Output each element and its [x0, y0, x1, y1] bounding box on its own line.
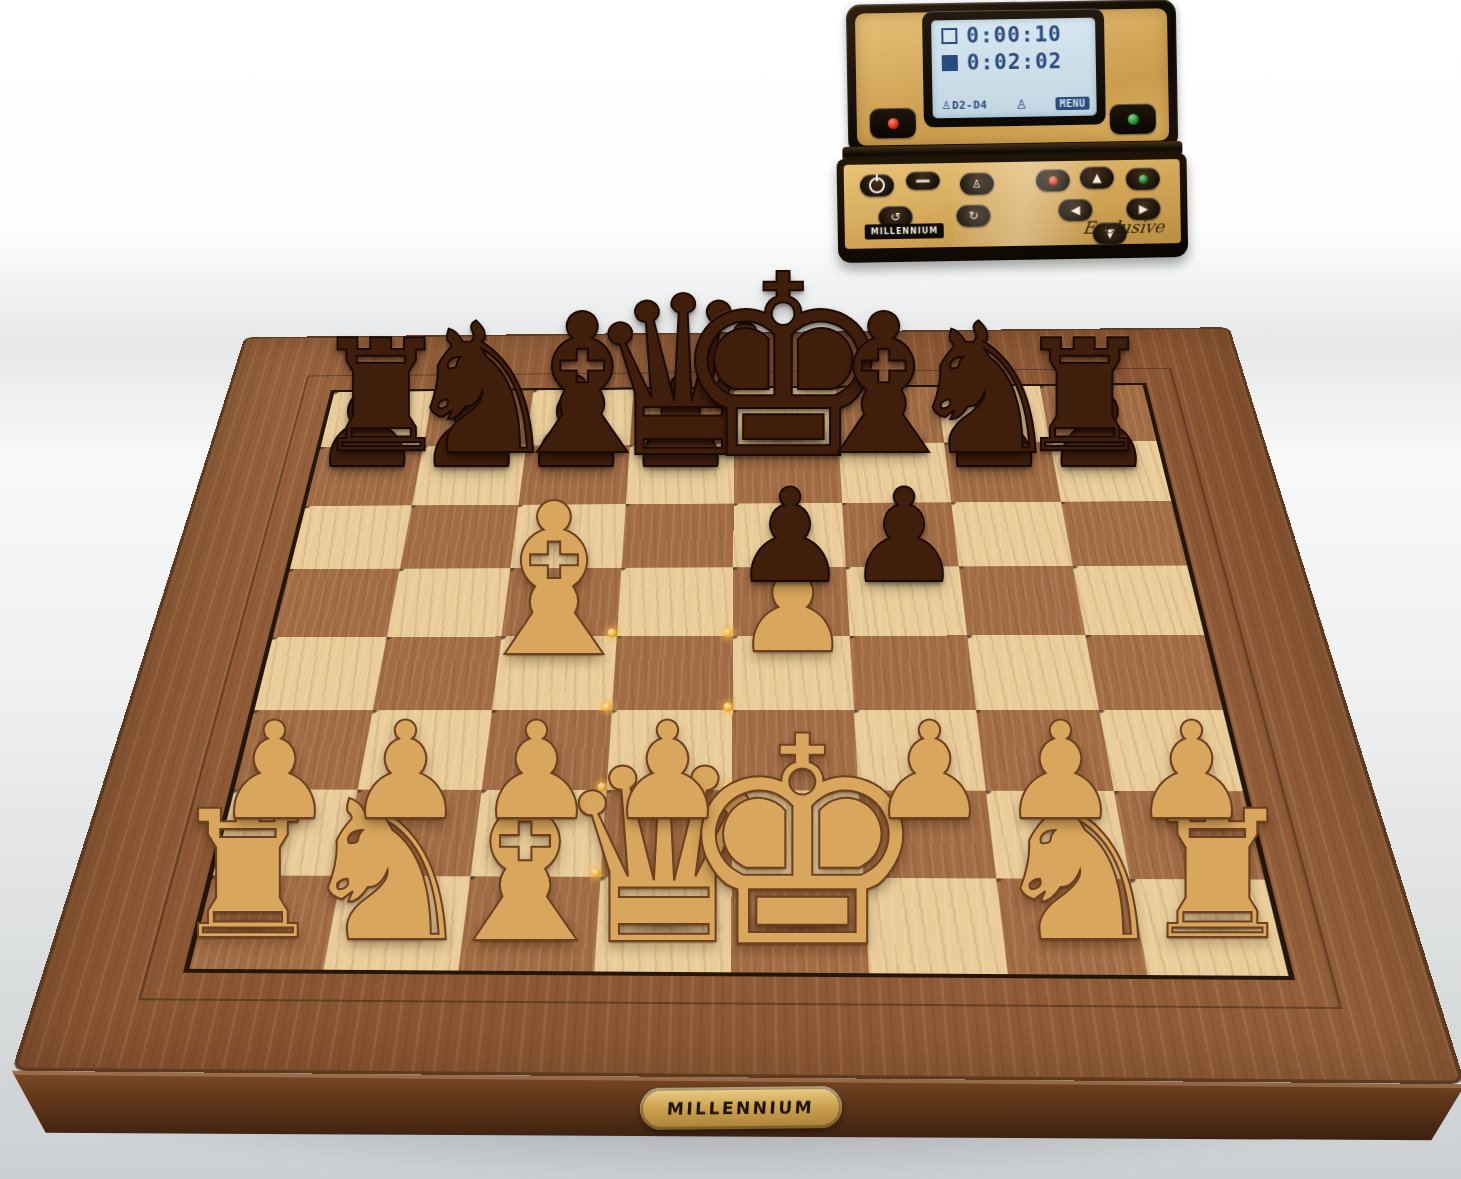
open-square-icon [941, 28, 957, 44]
undo-arrow-icon: ↺ [890, 211, 900, 223]
lcd-status-row: ♙D2-D4 ♙ MENU [941, 96, 1089, 114]
chess-clock-module: 0:00:10 0:02:02 ♙D2-D4 ♙ MENU [834, 0, 1189, 269]
pawn-icon: ♙ [1015, 97, 1027, 112]
piece-black-rook-h8[interactable]: ♜ [1015, 320, 1154, 475]
pawn-icon: ♙ [941, 99, 952, 112]
white-time: 0:00:10 [966, 23, 1062, 47]
clock-lid: 0:00:10 0:02:02 ♙D2-D4 ♙ MENU [846, 0, 1179, 155]
red-dot-key[interactable] [1036, 169, 1070, 192]
function-pill-button[interactable] [906, 171, 940, 190]
keypad-brand-label: MILLENNIUM [871, 226, 939, 236]
model-script-label: Exclusive [1082, 216, 1166, 237]
filled-square-icon [942, 55, 958, 71]
right-arrow-icon: ▶ [1139, 203, 1148, 215]
left-arrow-icon: ◀ [1071, 204, 1080, 216]
piece-white-pawn-d2[interactable]: ♟ [607, 704, 728, 839]
piece-white-pawn-c2[interactable]: ♟ [476, 704, 597, 839]
ok-green-button[interactable] [1110, 103, 1157, 134]
power-button[interactable] [860, 174, 894, 197]
clock-keypad-base: ♙ ↺ ↻ ▲ ◀ ▶ ▼ MILLENNIUM Exclusive [836, 153, 1188, 263]
product-scene: ♜♞♝♛♚♝♞♜♟♟♟♟♟♟♟♟♝♟♟♟♟♟♟♟♟♜♞♝♛♚♞♜ MILLENN… [0, 0, 1461, 1179]
lcd-screen: 0:00:10 0:02:02 ♙D2-D4 ♙ MENU [931, 18, 1097, 119]
keypad-brand-strip: MILLENNIUM [865, 223, 945, 239]
menu-softkey-label: MENU [1055, 97, 1089, 111]
record-red-button[interactable] [870, 108, 917, 139]
black-time-row: 0:02:02 [932, 45, 1096, 75]
piece-white-pawn-a2[interactable]: ♟ [214, 704, 335, 839]
piece-white-pawn-g2[interactable]: ♟ [1000, 704, 1121, 839]
piece-white-pawn-b2[interactable]: ♟ [345, 704, 466, 839]
power-icon [869, 177, 885, 193]
pawn-icon: ♙ [972, 178, 982, 189]
red-dot-icon [887, 117, 898, 128]
piece-white-pawn-f2[interactable]: ♟ [869, 704, 990, 839]
piece-white-pawn-h2[interactable]: ♟ [1131, 704, 1252, 839]
black-time: 0:02:02 [967, 50, 1063, 74]
pieces-layer: ♜♞♝♛♚♝♞♜♟♟♟♟♟♟♟♟♝♟♟♟♟♟♟♟♟♜♞♝♛♚♞♜ [0, 0, 1461, 1179]
green-dot-icon [1127, 113, 1138, 124]
up-key[interactable]: ▲ [1080, 166, 1114, 189]
left-key[interactable]: ◀ [1058, 199, 1092, 222]
redo-button[interactable]: ↻ [956, 204, 990, 227]
pawn-button[interactable]: ♙ [960, 172, 994, 195]
white-time-row: 0:00:10 [931, 18, 1095, 48]
pill-icon [916, 179, 930, 182]
red-dot-icon [1048, 176, 1057, 185]
keypad-gold-panel: ♙ ↺ ↻ ▲ ◀ ▶ ▼ MILLENNIUM Exclusive [844, 159, 1181, 249]
redo-arrow-icon: ↻ [968, 210, 978, 222]
green-dot-icon [1138, 174, 1147, 183]
green-dot-key[interactable] [1126, 167, 1160, 190]
up-arrow-icon: ▲ [1092, 171, 1101, 183]
piece-white-bishop-c4[interactable]: ♝ [459, 476, 648, 687]
last-move: ♙D2-D4 [941, 98, 987, 112]
lcd-bezel: 0:00:10 0:02:02 ♙D2-D4 ♙ MENU [922, 8, 1106, 127]
